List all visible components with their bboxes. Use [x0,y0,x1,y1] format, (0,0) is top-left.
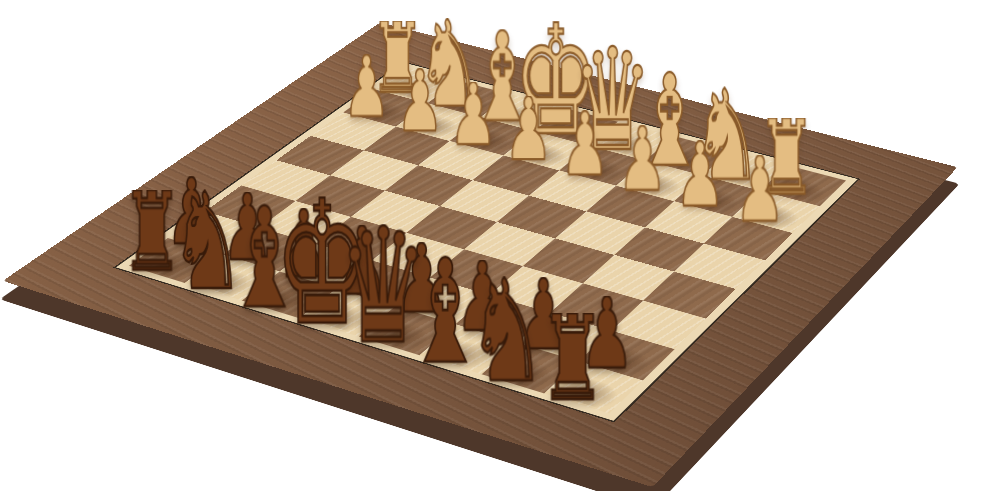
board-inner-field: ♜♞♝♚♛♝♞♜♟♟♟♟♟♟♟♟♟♟♟♟♟♟♟♟♜♞♝♚♛♝♞♜ [113,62,860,423]
piece-black-rook[interactable]: ♜ [540,313,606,407]
chess-board: ♜♞♝♚♛♝♞♜♟♟♟♟♟♟♟♟♟♟♟♟♟♟♟♟♜♞♝♚♛♝♞♜ [3,22,958,487]
board-grid: ♜♞♝♚♛♝♞♜♟♟♟♟♟♟♟♟♟♟♟♟♟♟♟♟♜♞♝♚♛♝♞♜ [129,67,846,413]
piece-white-pawn[interactable]: ♟ [675,140,725,211]
piece-black-knight[interactable]: ♞ [468,276,547,389]
piece-white-pawn[interactable]: ♟ [560,111,609,181]
piece-white-pawn[interactable]: ♟ [504,96,552,165]
piece-white-pawn[interactable]: ♟ [396,68,444,136]
piece-white-pawn[interactable]: ♟ [617,125,666,196]
piece-white-pawn[interactable]: ♟ [343,55,390,122]
piece-white-pawn[interactable]: ♟ [449,82,497,150]
chessboard-photo: ♜♞♝♚♛♝♞♜♟♟♟♟♟♟♟♟♟♟♟♟♟♟♟♟♜♞♝♚♛♝♞♜ [0,0,1000,491]
piece-white-pawn[interactable]: ♟ [735,156,785,228]
